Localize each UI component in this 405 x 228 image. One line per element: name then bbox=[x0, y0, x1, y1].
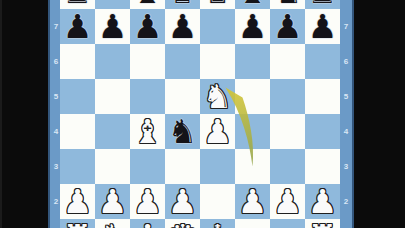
square-h3[interactable] bbox=[305, 149, 340, 184]
square-h4[interactable] bbox=[305, 114, 340, 149]
piece-black-pawn[interactable]: ♟ bbox=[238, 10, 268, 43]
square-b1[interactable]: ♞ bbox=[95, 219, 130, 228]
square-e5[interactable]: ♞ bbox=[200, 79, 235, 114]
piece-black-pawn[interactable]: ♟ bbox=[133, 10, 163, 43]
piece-black-pawn[interactable]: ♟ bbox=[98, 10, 128, 43]
square-d4[interactable]: ♞ bbox=[165, 114, 200, 149]
piece-white-knight[interactable]: ♞ bbox=[98, 220, 128, 228]
piece-white-knight[interactable]: ♞ bbox=[203, 80, 233, 113]
square-f6[interactable] bbox=[235, 44, 270, 79]
square-a6[interactable] bbox=[60, 44, 95, 79]
square-e2[interactable] bbox=[200, 184, 235, 219]
rank-label-3-right: 3 bbox=[340, 162, 352, 172]
screen-edge-band bbox=[0, 0, 2, 228]
chess-app-screen: ♜♝♛♚♝♞♜♟♟♟♟♟♟♟♞♝♞♟♟♟♟♟♟♟♟♜♞♝♛♚♜ 77665544… bbox=[0, 0, 405, 228]
square-a2[interactable]: ♟ bbox=[60, 184, 95, 219]
piece-white-pawn[interactable]: ♟ bbox=[273, 185, 303, 218]
square-b7[interactable]: ♟ bbox=[95, 9, 130, 44]
board-frame-right bbox=[340, 0, 354, 228]
piece-black-pawn[interactable]: ♟ bbox=[308, 10, 338, 43]
square-a7[interactable]: ♟ bbox=[60, 9, 95, 44]
square-c6[interactable] bbox=[130, 44, 165, 79]
square-d6[interactable] bbox=[165, 44, 200, 79]
rank-label-2-right: 2 bbox=[340, 197, 352, 207]
piece-white-rook[interactable]: ♜ bbox=[63, 220, 93, 228]
board-grid: ♜♝♛♚♝♞♜♟♟♟♟♟♟♟♞♝♞♟♟♟♟♟♟♟♟♜♞♝♛♚♜ bbox=[60, 0, 340, 228]
square-f3[interactable] bbox=[235, 149, 270, 184]
square-g5[interactable] bbox=[270, 79, 305, 114]
piece-white-pawn[interactable]: ♟ bbox=[203, 115, 233, 148]
piece-white-pawn[interactable]: ♟ bbox=[168, 185, 198, 218]
rank-label-7-left: 7 bbox=[50, 22, 62, 32]
square-e4[interactable]: ♟ bbox=[200, 114, 235, 149]
rank-label-4-left: 4 bbox=[50, 127, 62, 137]
rank-label-6-left: 6 bbox=[50, 57, 62, 67]
square-g6[interactable] bbox=[270, 44, 305, 79]
piece-black-pawn[interactable]: ♟ bbox=[273, 10, 303, 43]
square-e8[interactable]: ♚ bbox=[200, 0, 235, 9]
rank-label-4-right: 4 bbox=[340, 127, 352, 137]
square-a3[interactable] bbox=[60, 149, 95, 184]
square-b3[interactable] bbox=[95, 149, 130, 184]
piece-black-knight[interactable]: ♞ bbox=[168, 115, 198, 148]
square-c5[interactable] bbox=[130, 79, 165, 114]
square-b2[interactable]: ♟ bbox=[95, 184, 130, 219]
square-e3[interactable] bbox=[200, 149, 235, 184]
rank-label-7-right: 7 bbox=[340, 22, 352, 32]
square-g3[interactable] bbox=[270, 149, 305, 184]
square-d2[interactable]: ♟ bbox=[165, 184, 200, 219]
square-e7[interactable] bbox=[200, 9, 235, 44]
rank-label-5-left: 5 bbox=[50, 92, 62, 102]
square-b4[interactable] bbox=[95, 114, 130, 149]
piece-black-pawn[interactable]: ♟ bbox=[168, 10, 198, 43]
square-f4[interactable] bbox=[235, 114, 270, 149]
piece-white-pawn[interactable]: ♟ bbox=[308, 185, 338, 218]
square-d7[interactable]: ♟ bbox=[165, 9, 200, 44]
piece-white-pawn[interactable]: ♟ bbox=[98, 185, 128, 218]
piece-white-queen[interactable]: ♛ bbox=[168, 220, 198, 228]
square-g7[interactable]: ♟ bbox=[270, 9, 305, 44]
square-h2[interactable]: ♟ bbox=[305, 184, 340, 219]
piece-white-bishop[interactable]: ♝ bbox=[133, 115, 163, 148]
square-a1[interactable]: ♜ bbox=[60, 219, 95, 228]
square-h5[interactable] bbox=[305, 79, 340, 114]
piece-black-king[interactable]: ♚ bbox=[203, 0, 233, 8]
piece-white-bishop[interactable]: ♝ bbox=[133, 220, 163, 228]
rank-label-5-right: 5 bbox=[340, 92, 352, 102]
square-b6[interactable] bbox=[95, 44, 130, 79]
piece-white-king[interactable]: ♚ bbox=[203, 220, 233, 228]
square-g2[interactable]: ♟ bbox=[270, 184, 305, 219]
piece-white-pawn[interactable]: ♟ bbox=[133, 185, 163, 218]
piece-white-pawn[interactable]: ♟ bbox=[63, 185, 93, 218]
piece-black-pawn[interactable]: ♟ bbox=[63, 10, 93, 43]
square-f2[interactable]: ♟ bbox=[235, 184, 270, 219]
square-e6[interactable] bbox=[200, 44, 235, 79]
square-h7[interactable]: ♟ bbox=[305, 9, 340, 44]
square-a4[interactable] bbox=[60, 114, 95, 149]
square-c4[interactable]: ♝ bbox=[130, 114, 165, 149]
square-d1[interactable]: ♛ bbox=[165, 219, 200, 228]
rank-label-3-left: 3 bbox=[50, 162, 62, 172]
square-h6[interactable] bbox=[305, 44, 340, 79]
square-d5[interactable] bbox=[165, 79, 200, 114]
square-g4[interactable] bbox=[270, 114, 305, 149]
rank-label-6-right: 6 bbox=[340, 57, 352, 67]
square-e1[interactable]: ♚ bbox=[200, 219, 235, 228]
piece-white-rook[interactable]: ♜ bbox=[308, 220, 338, 228]
square-c3[interactable] bbox=[130, 149, 165, 184]
square-f7[interactable]: ♟ bbox=[235, 9, 270, 44]
square-b5[interactable] bbox=[95, 79, 130, 114]
piece-white-pawn[interactable]: ♟ bbox=[238, 185, 268, 218]
square-c1[interactable]: ♝ bbox=[130, 219, 165, 228]
square-d3[interactable] bbox=[165, 149, 200, 184]
rank-label-2-left: 2 bbox=[50, 197, 62, 207]
square-f5[interactable] bbox=[235, 79, 270, 114]
square-c7[interactable]: ♟ bbox=[130, 9, 165, 44]
square-h1[interactable]: ♜ bbox=[305, 219, 340, 228]
square-c2[interactable]: ♟ bbox=[130, 184, 165, 219]
square-a5[interactable] bbox=[60, 79, 95, 114]
